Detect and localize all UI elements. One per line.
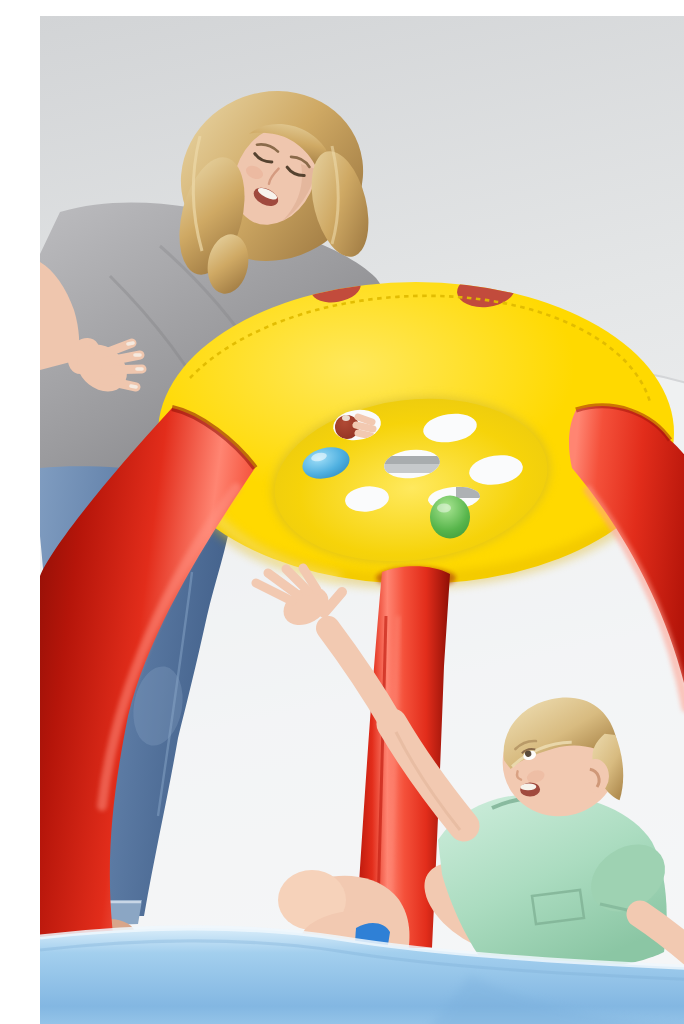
nail-1 (128, 343, 133, 344)
hole-3-see-through (380, 456, 444, 473)
green-ball-body (430, 496, 470, 539)
nail-4 (131, 386, 136, 387)
dropping-finger-3 (358, 433, 371, 436)
dropping-finger-2 (356, 425, 373, 429)
dropping-finger-1 (358, 417, 372, 422)
hand-in-hole (335, 415, 373, 439)
green-ball-highlight (437, 504, 451, 513)
thumbnail (342, 415, 350, 421)
photo-inflatable-play-center (40, 16, 684, 1024)
green-ball (430, 496, 470, 539)
